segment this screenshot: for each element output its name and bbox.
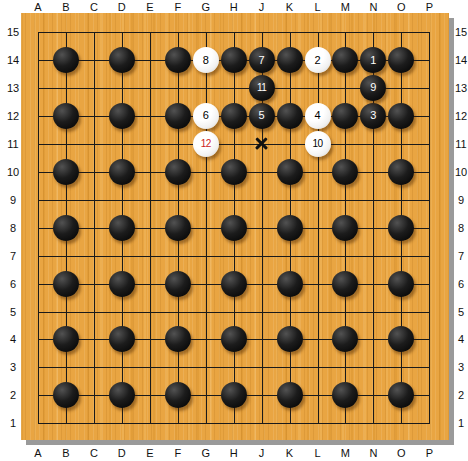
stone-black[interactable]: 9 [360, 75, 386, 101]
row-label: 8 [458, 222, 464, 234]
stone-black[interactable] [221, 47, 247, 73]
column-label: L [314, 447, 320, 459]
stone-black[interactable] [332, 103, 358, 129]
stone-black[interactable] [165, 271, 191, 297]
move-number: 11 [257, 83, 266, 93]
stone-black[interactable] [332, 47, 358, 73]
stone-black[interactable] [53, 382, 79, 408]
column-label: C [90, 447, 98, 459]
stone-black[interactable] [221, 159, 247, 185]
column-label: M [341, 447, 350, 459]
stone-black[interactable] [53, 215, 79, 241]
stone-black[interactable] [53, 159, 79, 185]
row-label: 1 [458, 417, 464, 429]
stone-black[interactable] [277, 103, 303, 129]
column-label: O [397, 1, 406, 13]
row-label: 5 [458, 306, 464, 318]
stone-black[interactable] [109, 326, 135, 352]
column-label: A [34, 1, 41, 13]
stone-black[interactable] [277, 159, 303, 185]
stone-black[interactable] [109, 271, 135, 297]
stone-white[interactable]: 10 [305, 131, 331, 157]
stone-black[interactable] [53, 326, 79, 352]
stone-black[interactable] [109, 159, 135, 185]
go-board-diagram: ABCDEFGHJKLMNOP ABCDEFGHJKLMNOP 15141312… [0, 0, 468, 461]
stone-black[interactable] [388, 47, 414, 73]
column-label: F [174, 1, 181, 13]
move-number: 10 [313, 139, 323, 149]
stone-black[interactable]: 1 [360, 47, 386, 73]
stone-black[interactable] [221, 103, 247, 129]
row-label: 5 [10, 306, 16, 318]
stone-black[interactable] [277, 326, 303, 352]
column-label: J [259, 1, 265, 13]
column-label: L [314, 1, 320, 13]
grid-line [38, 312, 430, 313]
stone-black[interactable]: 3 [360, 103, 386, 129]
column-label: E [146, 447, 153, 459]
stone-black[interactable] [388, 382, 414, 408]
row-label: 4 [10, 333, 16, 345]
row-label: 1 [10, 417, 16, 429]
move-number: 5 [259, 110, 265, 121]
go-board[interactable]: 123456789101112 [21, 13, 449, 440]
stone-black[interactable] [277, 382, 303, 408]
row-label: 15 [7, 26, 19, 38]
row-label: 6 [10, 278, 16, 290]
column-label: C [90, 1, 98, 13]
column-label: P [426, 447, 433, 459]
move-number: 12 [201, 139, 211, 149]
stone-black[interactable] [53, 47, 79, 73]
column-label: B [62, 1, 69, 13]
column-label: G [201, 447, 210, 459]
stone-black[interactable] [53, 103, 79, 129]
column-label: K [286, 1, 293, 13]
stone-black[interactable] [165, 159, 191, 185]
move-number: 1 [370, 55, 376, 66]
stone-black[interactable]: 5 [249, 103, 275, 129]
column-label: P [426, 1, 433, 13]
stone-white[interactable]: 4 [305, 103, 331, 129]
column-label: A [34, 447, 41, 459]
column-label: G [201, 1, 210, 13]
stone-black[interactable] [332, 159, 358, 185]
row-label: 15 [455, 26, 467, 38]
row-label: 8 [10, 222, 16, 234]
stone-white[interactable]: 6 [193, 103, 219, 129]
column-label: J [259, 447, 265, 459]
move-number: 6 [203, 110, 209, 121]
move-number: 7 [259, 55, 265, 66]
stone-black[interactable] [109, 215, 135, 241]
row-label: 9 [10, 194, 16, 206]
move-number: 9 [370, 82, 376, 93]
column-label: H [230, 447, 238, 459]
stone-black[interactable] [332, 271, 358, 297]
row-label: 3 [10, 361, 16, 373]
column-label: F [174, 447, 181, 459]
stone-black[interactable] [332, 382, 358, 408]
stone-black[interactable] [388, 271, 414, 297]
move-number: 8 [203, 55, 209, 66]
stone-black[interactable] [388, 103, 414, 129]
row-label: 13 [7, 82, 19, 94]
x-mark [254, 136, 269, 151]
column-label: B [62, 447, 69, 459]
stone-black[interactable] [165, 47, 191, 73]
stone-black[interactable] [221, 326, 247, 352]
stone-white[interactable]: 8 [193, 47, 219, 73]
row-label: 2 [10, 389, 16, 401]
stone-black[interactable] [277, 215, 303, 241]
move-number: 2 [314, 55, 320, 66]
stone-black[interactable] [332, 215, 358, 241]
stone-black[interactable] [165, 326, 191, 352]
column-label: D [118, 1, 126, 13]
row-label: 4 [458, 333, 464, 345]
column-label: N [369, 447, 377, 459]
column-label: N [369, 1, 377, 13]
stone-black[interactable] [388, 215, 414, 241]
stone-black[interactable] [53, 271, 79, 297]
stone-black[interactable] [109, 103, 135, 129]
grid-line [38, 256, 430, 257]
row-label: 10 [455, 166, 467, 178]
stone-black[interactable]: 11 [249, 75, 275, 101]
stone-black[interactable] [332, 326, 358, 352]
stone-black[interactable] [221, 215, 247, 241]
row-label: 6 [458, 278, 464, 290]
stone-black[interactable] [109, 47, 135, 73]
stone-black[interactable] [221, 382, 247, 408]
stone-white[interactable]: 2 [305, 47, 331, 73]
column-label: E [146, 1, 153, 13]
row-label: 13 [455, 82, 467, 94]
row-label: 7 [10, 250, 16, 262]
row-label: 3 [458, 361, 464, 373]
stone-black[interactable] [277, 271, 303, 297]
row-label: 7 [458, 250, 464, 262]
stone-white[interactable]: 12 [193, 131, 219, 157]
stone-black[interactable] [165, 382, 191, 408]
row-label: 10 [7, 166, 19, 178]
stone-black[interactable] [221, 271, 247, 297]
column-label: H [230, 1, 238, 13]
column-label: D [118, 447, 126, 459]
stone-black[interactable] [165, 103, 191, 129]
move-number: 4 [314, 110, 320, 121]
grid-line [429, 32, 430, 424]
row-label: 9 [458, 194, 464, 206]
row-label: 14 [7, 54, 19, 66]
move-number: 3 [370, 110, 376, 121]
row-label: 12 [7, 110, 19, 122]
column-label: K [286, 447, 293, 459]
row-label: 11 [7, 138, 18, 150]
row-label: 14 [455, 54, 467, 66]
stone-black[interactable] [277, 47, 303, 73]
grid-line [38, 423, 430, 424]
stone-black[interactable] [388, 326, 414, 352]
column-label: O [397, 447, 406, 459]
grid-line [318, 32, 319, 424]
stone-black[interactable] [165, 215, 191, 241]
row-label: 12 [455, 110, 467, 122]
grid-line [38, 367, 430, 368]
stone-black[interactable]: 7 [249, 47, 275, 73]
stone-black[interactable] [388, 159, 414, 185]
row-label: 2 [458, 389, 464, 401]
column-label: M [341, 1, 350, 13]
row-label: 11 [455, 138, 466, 150]
stone-black[interactable] [109, 382, 135, 408]
